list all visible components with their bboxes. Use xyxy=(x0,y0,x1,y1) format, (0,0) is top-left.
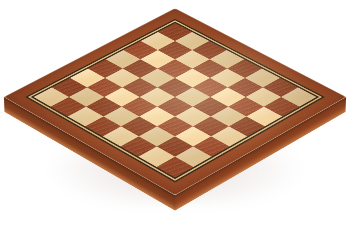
square-c7 xyxy=(86,97,122,116)
square-f7 xyxy=(139,126,175,146)
board-frame xyxy=(4,8,346,195)
square-e5 xyxy=(157,97,193,116)
square-f5 xyxy=(175,107,211,127)
square-h7 xyxy=(175,146,212,167)
square-c8 xyxy=(68,107,104,127)
perspective-scene xyxy=(0,0,350,231)
square-h8 xyxy=(157,157,194,178)
square-g8 xyxy=(138,146,175,167)
square-e7 xyxy=(121,116,157,136)
square-f4 xyxy=(193,97,229,116)
square-g3 xyxy=(228,97,264,116)
square-h4 xyxy=(229,116,265,136)
square-g5 xyxy=(193,116,229,136)
square-f6 xyxy=(157,116,193,136)
square-h6 xyxy=(193,136,229,156)
square-d7 xyxy=(104,107,140,127)
square-e6 xyxy=(139,107,175,127)
square-e8 xyxy=(103,126,139,146)
square-b8 xyxy=(51,97,87,116)
square-h5 xyxy=(211,126,247,146)
square-g7 xyxy=(157,136,193,156)
square-h3 xyxy=(246,107,282,127)
product-photo xyxy=(0,0,350,231)
chess-board xyxy=(4,8,346,195)
square-f8 xyxy=(121,136,157,156)
square-g6 xyxy=(175,126,211,146)
board-playing-field xyxy=(34,23,317,177)
square-d6 xyxy=(122,97,158,116)
square-d8 xyxy=(85,116,121,136)
square-g4 xyxy=(211,107,247,127)
square-h2 xyxy=(264,97,300,116)
